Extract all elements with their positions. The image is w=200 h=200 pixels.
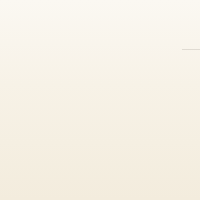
photo-stage xyxy=(0,0,200,200)
pieces-layer xyxy=(0,0,200,200)
